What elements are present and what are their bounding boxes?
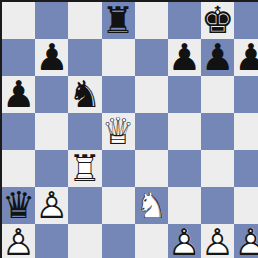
- square-c5[interactable]: [68, 113, 101, 150]
- square-c8[interactable]: [68, 2, 101, 39]
- white-pawn-outline-glyph: ♙: [168, 224, 201, 258]
- square-e7[interactable]: [135, 39, 168, 76]
- black-king: ♚: [201, 2, 234, 39]
- square-b8[interactable]: [35, 2, 68, 39]
- square-a6[interactable]: ♟: [2, 76, 35, 113]
- square-b2[interactable]: [35, 224, 68, 258]
- square-g4[interactable]: [201, 150, 234, 187]
- square-d7[interactable]: [102, 39, 135, 76]
- white-pawn: ♟♙: [201, 224, 234, 258]
- white-pawn: ♟♙: [234, 224, 258, 258]
- square-b3[interactable]: ♟♙: [35, 187, 68, 224]
- square-d4[interactable]: [102, 150, 135, 187]
- square-c3[interactable]: [68, 187, 101, 224]
- white-pawn: ♟♙: [35, 187, 68, 224]
- black-knight: ♞: [68, 76, 101, 113]
- white-queen: ♛♕: [102, 113, 135, 150]
- square-c6[interactable]: ♞: [68, 76, 101, 113]
- square-h3[interactable]: [234, 187, 258, 224]
- white-pawn-outline-glyph: ♙: [2, 224, 35, 258]
- square-g6[interactable]: [201, 76, 234, 113]
- square-b7[interactable]: ♟: [35, 39, 68, 76]
- square-g7[interactable]: ♟: [201, 39, 234, 76]
- square-f3[interactable]: [168, 187, 201, 224]
- white-pawn: ♟♙: [2, 224, 35, 258]
- square-a5[interactable]: [2, 113, 35, 150]
- square-e5[interactable]: [135, 113, 168, 150]
- square-h4[interactable]: [234, 150, 258, 187]
- white-knight: ♞♘: [135, 187, 168, 224]
- square-c7[interactable]: [68, 39, 101, 76]
- square-e6[interactable]: [135, 76, 168, 113]
- square-h7[interactable]: ♟: [234, 39, 258, 76]
- square-f2[interactable]: ♟♙: [168, 224, 201, 258]
- square-f6[interactable]: [168, 76, 201, 113]
- square-f7[interactable]: ♟: [168, 39, 201, 76]
- white-pawn: ♟♙: [168, 224, 201, 258]
- square-f8[interactable]: [168, 2, 201, 39]
- square-e4[interactable]: [135, 150, 168, 187]
- square-e3[interactable]: ♞♘: [135, 187, 168, 224]
- black-pawn: ♟: [234, 39, 258, 76]
- square-a4[interactable]: [2, 150, 35, 187]
- square-f4[interactable]: [168, 150, 201, 187]
- square-g5[interactable]: [201, 113, 234, 150]
- white-pawn-outline-glyph: ♙: [234, 224, 258, 258]
- square-c2[interactable]: [68, 224, 101, 258]
- white-knight-outline-glyph: ♘: [135, 187, 168, 224]
- square-d8[interactable]: ♜: [102, 2, 135, 39]
- white-pawn-outline-glyph: ♙: [201, 224, 234, 258]
- square-g8[interactable]: ♚: [201, 2, 234, 39]
- square-b5[interactable]: [35, 113, 68, 150]
- black-pawn: ♟: [201, 39, 234, 76]
- square-a3[interactable]: ♛: [2, 187, 35, 224]
- white-queen-outline-glyph: ♕: [102, 113, 135, 150]
- black-queen: ♛: [2, 187, 35, 224]
- square-h2[interactable]: ♟♙: [234, 224, 258, 258]
- square-d5[interactable]: ♛♕: [102, 113, 135, 150]
- white-rook-outline-glyph: ♖: [68, 150, 101, 187]
- white-rook: ♜♖: [68, 150, 101, 187]
- black-pawn: ♟: [35, 39, 68, 76]
- black-pawn: ♟: [2, 76, 35, 113]
- square-c4[interactable]: ♜♖: [68, 150, 101, 187]
- square-b6[interactable]: [35, 76, 68, 113]
- square-g2[interactable]: ♟♙: [201, 224, 234, 258]
- square-g3[interactable]: [201, 187, 234, 224]
- black-pawn: ♟: [168, 39, 201, 76]
- square-d3[interactable]: [102, 187, 135, 224]
- square-e8[interactable]: [135, 2, 168, 39]
- square-a8[interactable]: [2, 2, 35, 39]
- square-e2[interactable]: [135, 224, 168, 258]
- square-f5[interactable]: [168, 113, 201, 150]
- square-b4[interactable]: [35, 150, 68, 187]
- square-h5[interactable]: [234, 113, 258, 150]
- black-rook: ♜: [102, 2, 135, 39]
- square-a2[interactable]: ♟♙: [2, 224, 35, 258]
- square-a7[interactable]: [2, 39, 35, 76]
- square-d2[interactable]: [102, 224, 135, 258]
- square-h8[interactable]: [234, 2, 258, 39]
- chess-board: ♜♚♟♟♟♟♟♞♛♕♜♖♛♟♙♞♘♟♙♟♙♟♙♟♙♚♔: [0, 0, 258, 258]
- square-h6[interactable]: [234, 76, 258, 113]
- square-d6[interactable]: [102, 76, 135, 113]
- white-pawn-outline-glyph: ♙: [35, 187, 68, 224]
